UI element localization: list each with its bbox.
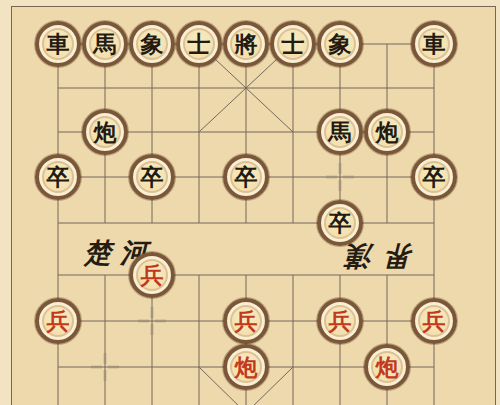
piece-glyph: 兵 xyxy=(235,309,258,332)
piece-black-chariot[interactable]: 車 xyxy=(411,21,457,67)
piece-black-advisor[interactable]: 士 xyxy=(270,21,316,67)
piece-black-horse[interactable]: 馬 xyxy=(317,109,363,155)
piece-glyph: 士 xyxy=(282,32,305,55)
xiangqi-board[interactable]: 楚河 界漢 車馬象士將士象車炮馬炮卒卒卒卒卒兵兵兵兵兵炮炮 xyxy=(0,0,500,405)
piece-black-general[interactable]: 將 xyxy=(223,21,269,67)
piece-glyph: 士 xyxy=(188,32,211,55)
piece-black-advisor[interactable]: 士 xyxy=(176,21,222,67)
piece-black-cannon[interactable]: 炮 xyxy=(82,109,128,155)
piece-red-soldier[interactable]: 兵 xyxy=(129,252,175,298)
piece-black-soldier[interactable]: 卒 xyxy=(35,154,81,200)
piece-glyph: 卒 xyxy=(329,211,352,234)
piece-glyph: 象 xyxy=(141,32,164,55)
piece-black-soldier[interactable]: 卒 xyxy=(223,154,269,200)
piece-red-soldier[interactable]: 兵 xyxy=(35,298,81,344)
piece-black-soldier[interactable]: 卒 xyxy=(129,154,175,200)
piece-glyph: 卒 xyxy=(235,165,258,188)
piece-black-horse[interactable]: 馬 xyxy=(82,21,128,67)
piece-glyph: 象 xyxy=(329,32,352,55)
piece-red-soldier[interactable]: 兵 xyxy=(223,298,269,344)
piece-black-elephant[interactable]: 象 xyxy=(129,21,175,67)
piece-black-chariot[interactable]: 車 xyxy=(35,21,81,67)
piece-glyph: 車 xyxy=(423,32,446,55)
piece-glyph: 馬 xyxy=(329,120,352,143)
piece-glyph: 卒 xyxy=(47,165,70,188)
piece-glyph: 炮 xyxy=(376,355,399,378)
piece-red-cannon[interactable]: 炮 xyxy=(364,344,410,390)
piece-glyph: 炮 xyxy=(235,355,258,378)
piece-glyph: 馬 xyxy=(94,32,117,55)
piece-glyph: 兵 xyxy=(141,263,164,286)
piece-glyph: 將 xyxy=(235,32,258,55)
piece-glyph: 兵 xyxy=(47,309,70,332)
piece-black-cannon[interactable]: 炮 xyxy=(364,109,410,155)
piece-glyph: 卒 xyxy=(423,165,446,188)
piece-black-soldier[interactable]: 卒 xyxy=(411,154,457,200)
piece-glyph: 炮 xyxy=(376,120,399,143)
piece-black-elephant[interactable]: 象 xyxy=(317,21,363,67)
piece-glyph: 兵 xyxy=(423,309,446,332)
piece-glyph: 兵 xyxy=(329,309,352,332)
piece-glyph: 車 xyxy=(47,32,70,55)
piece-red-soldier[interactable]: 兵 xyxy=(317,298,363,344)
piece-glyph: 炮 xyxy=(94,120,117,143)
piece-black-soldier[interactable]: 卒 xyxy=(317,200,363,246)
piece-red-soldier[interactable]: 兵 xyxy=(411,298,457,344)
piece-red-cannon[interactable]: 炮 xyxy=(223,344,269,390)
piece-glyph: 卒 xyxy=(141,165,164,188)
river-label-han-jie: 界漢 xyxy=(334,243,414,270)
